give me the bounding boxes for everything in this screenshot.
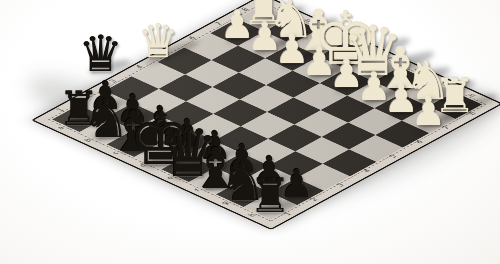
black-queen-extra[interactable]: ♛ — [79, 29, 124, 79]
black-rook-h1[interactable]: ♜ — [249, 172, 291, 219]
pieces-layer: ♜♞♝♚♛♝♞♜♟♟♟♟♟♟♟♟♜♞♝♚♛♝♞♜♟♟♟♟♟♟♟♟♛♛ — [0, 0, 500, 264]
product-photo-scene: 1234567812345678abcdefghabcdefgh ♜♞♝♚♛♝♞… — [0, 0, 500, 264]
white-pawn-h7[interactable]: ♟ — [411, 93, 446, 132]
white-queen-extra[interactable]: ♛ — [137, 18, 178, 64]
